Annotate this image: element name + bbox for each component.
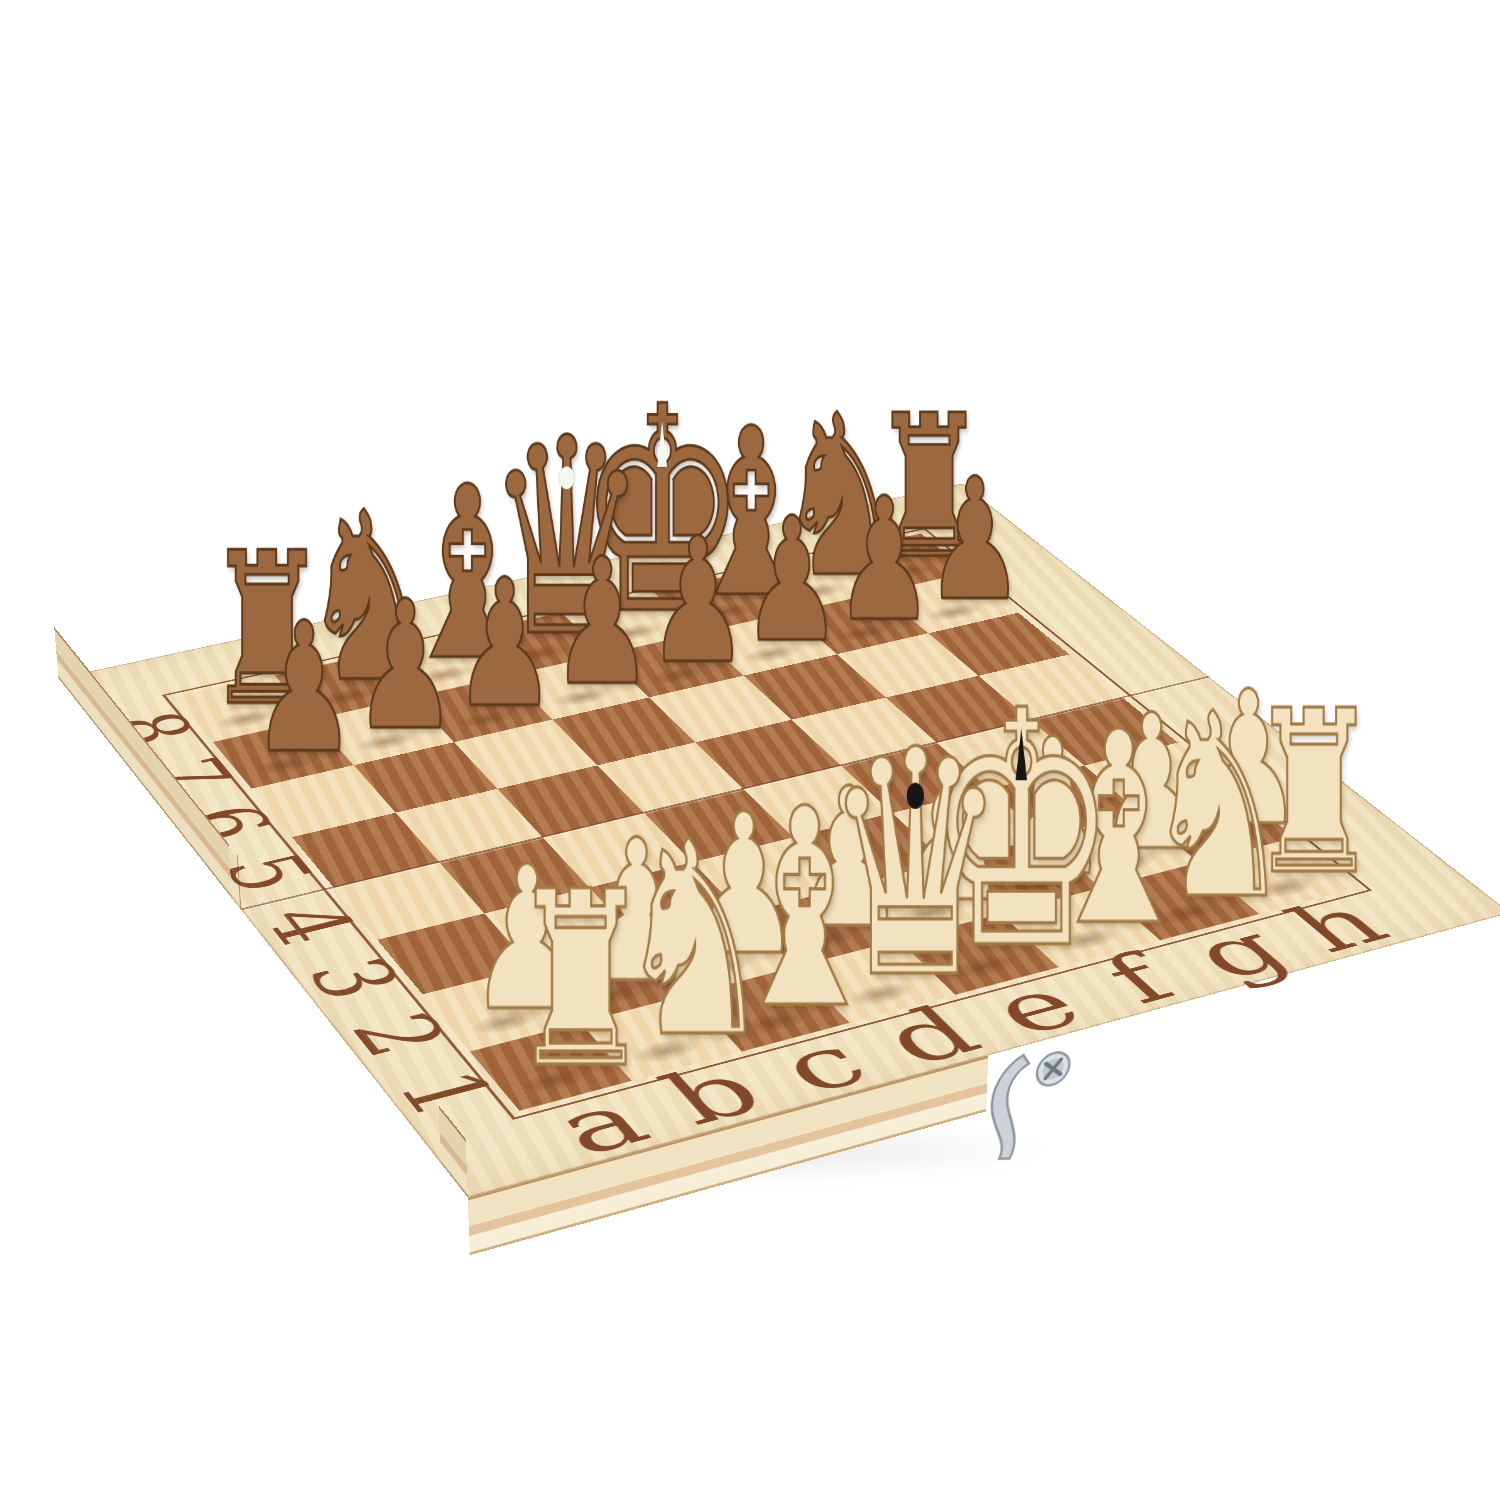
black-king-finial — [657, 422, 667, 467]
piece-black-pawn[interactable]: ♟ — [741, 495, 842, 666]
piece-white-rook[interactable]: ♜ — [509, 859, 652, 1101]
piece-black-pawn[interactable]: ♟ — [453, 556, 557, 732]
piece-black-pawn[interactable]: ♟ — [551, 536, 654, 710]
piece-black-pawn[interactable]: ♟ — [647, 515, 749, 688]
black-queen-finial — [559, 466, 574, 489]
white-king-finial — [1016, 728, 1027, 780]
piece-black-pawn[interactable]: ♟ — [834, 475, 934, 644]
piece-black-pawn[interactable]: ♟ — [251, 599, 357, 778]
piece-black-pawn[interactable]: ♟ — [925, 456, 1024, 624]
fold-seam-side — [237, 854, 242, 910]
chess-board: 87654321 abcdefgh ♜♞♝♛♚♝♞♜♟♟♟♟♟♟♟♟♟♟♟♟♟♟… — [59, 484, 1500, 1198]
piece-black-pawn[interactable]: ♟ — [353, 577, 458, 754]
chess-set-photo: 87654321 abcdefgh ♜♞♝♛♚♝♞♜♟♟♟♟♟♟♟♟♟♟♟♟♟♟… — [0, 0, 1500, 1500]
white-queen-finial — [906, 783, 923, 809]
